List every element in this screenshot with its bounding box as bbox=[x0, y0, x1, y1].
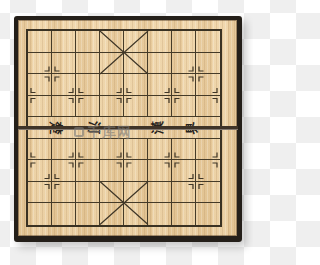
page-background: { "game": "xiangqi", "position": "9/9/9/… bbox=[0, 0, 253, 265]
grid-cell bbox=[148, 74, 172, 96]
watermark: 千库网 bbox=[74, 124, 132, 140]
grid-cell bbox=[196, 31, 220, 53]
xiangqi-board: 楚 河 漢 界 千库网 bbox=[14, 16, 242, 242]
grid-cell bbox=[28, 53, 52, 75]
grid-cell bbox=[148, 182, 172, 204]
grid-cell bbox=[148, 31, 172, 53]
grid-cell bbox=[172, 31, 196, 53]
grid-cell bbox=[52, 203, 76, 225]
grid-cell bbox=[76, 182, 100, 204]
grid-cell bbox=[52, 53, 76, 75]
grid-cell bbox=[124, 53, 148, 75]
grid-cell bbox=[100, 53, 124, 75]
grid-cell bbox=[76, 139, 100, 161]
grid-cell bbox=[196, 53, 220, 75]
grid-cell bbox=[100, 160, 124, 182]
grid-cell bbox=[28, 96, 52, 118]
grid-cell bbox=[100, 139, 124, 161]
grid-cell bbox=[76, 53, 100, 75]
grid-cell bbox=[172, 74, 196, 96]
grid-cell bbox=[124, 203, 148, 225]
grid-cell bbox=[52, 160, 76, 182]
grid-cell bbox=[76, 160, 100, 182]
grid-cell bbox=[52, 31, 76, 53]
grid-cell bbox=[124, 139, 148, 161]
grid-cell bbox=[52, 74, 76, 96]
grid-cell bbox=[172, 203, 196, 225]
grid-cell bbox=[76, 31, 100, 53]
grid-cell bbox=[124, 96, 148, 118]
grid-cell bbox=[172, 96, 196, 118]
grid-cell bbox=[100, 96, 124, 118]
grid-cell bbox=[124, 182, 148, 204]
grid-cell bbox=[196, 139, 220, 161]
grid-cell bbox=[52, 96, 76, 118]
grid-cell bbox=[196, 203, 220, 225]
grid-cell bbox=[172, 182, 196, 204]
grid-cell bbox=[76, 74, 100, 96]
grid-cell bbox=[100, 31, 124, 53]
grid-cell bbox=[196, 160, 220, 182]
grid-cell bbox=[124, 31, 148, 53]
grid-cell bbox=[148, 96, 172, 118]
grid-cell bbox=[124, 74, 148, 96]
grid-cell bbox=[148, 203, 172, 225]
grid-cell bbox=[196, 182, 220, 204]
grid-cell bbox=[124, 160, 148, 182]
grid-cell bbox=[28, 160, 52, 182]
grid-cell bbox=[28, 139, 52, 161]
grid-cell bbox=[76, 203, 100, 225]
grid-cell bbox=[28, 31, 52, 53]
grid-cell bbox=[28, 74, 52, 96]
grid-cell bbox=[100, 182, 124, 204]
grid-cell bbox=[52, 182, 76, 204]
grid-cell bbox=[148, 139, 172, 161]
grid-cell bbox=[148, 160, 172, 182]
watermark-logo-icon bbox=[74, 127, 84, 137]
grid-cell bbox=[28, 182, 52, 204]
grid-cell bbox=[100, 74, 124, 96]
grid-cell bbox=[76, 96, 100, 118]
grid-cell bbox=[100, 203, 124, 225]
grid-cell bbox=[172, 160, 196, 182]
grid-cell bbox=[196, 74, 220, 96]
grid-cell bbox=[196, 96, 220, 118]
grid-cell bbox=[28, 203, 52, 225]
grid-cell bbox=[52, 139, 76, 161]
grid-cell bbox=[148, 53, 172, 75]
grid-cell bbox=[172, 139, 196, 161]
watermark-text: 千库网 bbox=[87, 125, 132, 139]
grid-cell bbox=[172, 53, 196, 75]
